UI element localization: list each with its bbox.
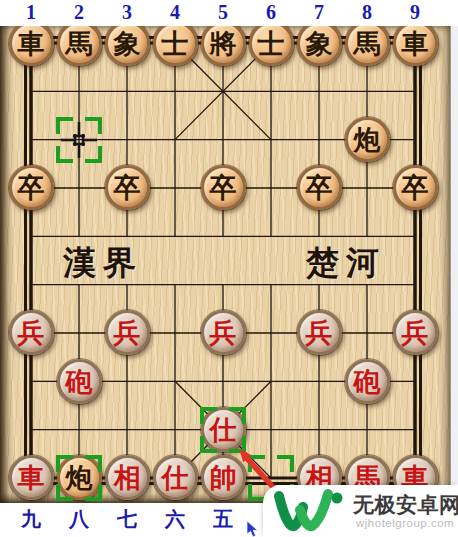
piece-glyph: 仕 [162, 464, 189, 491]
piece-glyph: 兵 [18, 319, 45, 346]
col-label-top-7: 7 [305, 1, 333, 24]
watermark-subtitle: wjhotelgroup.com [356, 517, 454, 529]
col-label-top-2: 2 [65, 1, 93, 24]
piece-black-soldier[interactable]: 卒 [9, 165, 54, 210]
piece-red-advisor[interactable]: 仕 [201, 407, 246, 452]
piece-black-advisor[interactable]: 士 [249, 21, 294, 66]
watermark-logo-icon [273, 488, 345, 534]
piece-glyph: 士 [162, 30, 189, 57]
col-label-top-3: 3 [113, 1, 141, 24]
piece-red-advisor[interactable]: 仕 [153, 455, 198, 500]
piece-black-elephant[interactable]: 象 [105, 21, 150, 66]
piece-glyph: 兵 [210, 319, 237, 346]
piece-glyph: 馬 [66, 30, 93, 57]
col-label-bottom-3: 七 [113, 506, 141, 533]
piece-black-advisor[interactable]: 士 [153, 21, 198, 66]
col-label-top-5: 5 [209, 1, 237, 24]
xiangqi-app-screen: 漢界 楚河 車馬象士將士象馬車炮卒卒卒卒卒兵兵兵兵兵砲砲仕車炮相仕帥相馬車 12… [0, 0, 458, 537]
piece-red-soldier[interactable]: 兵 [297, 310, 342, 355]
piece-glyph: 卒 [306, 174, 333, 201]
piece-glyph: 帥 [210, 464, 237, 491]
piece-black-chariot[interactable]: 車 [9, 21, 54, 66]
piece-glyph: 馬 [354, 30, 381, 57]
piece-black-soldier[interactable]: 卒 [105, 165, 150, 210]
piece-glyph: 砲 [354, 368, 381, 395]
piece-red-soldier[interactable]: 兵 [9, 310, 54, 355]
piece-red-general[interactable]: 帥 [201, 455, 246, 500]
piece-red-elephant[interactable]: 相 [105, 455, 150, 500]
piece-red-cannon[interactable]: 砲 [345, 359, 390, 404]
col-label-bottom-5: 五 [209, 506, 237, 533]
col-label-top-4: 4 [161, 1, 189, 24]
piece-red-soldier[interactable]: 兵 [393, 310, 438, 355]
piece-black-cannon[interactable]: 炮 [57, 455, 102, 500]
piece-red-soldier[interactable]: 兵 [105, 310, 150, 355]
piece-glyph: 車 [18, 464, 45, 491]
piece-glyph: 士 [258, 30, 285, 57]
piece-black-elephant[interactable]: 象 [297, 21, 342, 66]
piece-glyph: 仕 [210, 416, 237, 443]
col-label-bottom-2: 八 [65, 506, 93, 533]
col-label-top-6: 6 [257, 1, 285, 24]
piece-glyph: 卒 [402, 174, 429, 201]
piece-glyph: 車 [18, 30, 45, 57]
piece-glyph: 兵 [114, 319, 141, 346]
piece-black-chariot[interactable]: 車 [393, 21, 438, 66]
piece-glyph: 車 [402, 30, 429, 57]
col-label-top-1: 1 [17, 1, 45, 24]
piece-glyph: 兵 [402, 319, 429, 346]
watermark-overlay: 无极安卓网 wjhotelgroup.com [263, 485, 458, 537]
piece-black-general[interactable]: 將 [201, 21, 246, 66]
piece-glyph: 卒 [114, 174, 141, 201]
piece-glyph: 象 [114, 30, 141, 57]
piece-black-soldier[interactable]: 卒 [393, 165, 438, 210]
piece-glyph: 將 [210, 30, 237, 57]
piece-black-soldier[interactable]: 卒 [201, 165, 246, 210]
piece-red-cannon[interactable]: 砲 [57, 359, 102, 404]
col-label-bottom-4: 六 [161, 506, 189, 533]
top-coordinate-labels: 123456789 [0, 0, 458, 26]
piece-glyph: 炮 [354, 126, 381, 153]
piece-black-cannon[interactable]: 炮 [345, 117, 390, 162]
side-panel-edge [450, 26, 458, 503]
piece-glyph: 象 [306, 30, 333, 57]
piece-glyph: 砲 [66, 368, 93, 395]
piece-black-soldier[interactable]: 卒 [297, 165, 342, 210]
piece-glyph: 相 [114, 464, 141, 491]
river-label-chuhe: 楚河 [306, 241, 386, 286]
piece-glyph: 卒 [18, 174, 45, 201]
piece-black-horse[interactable]: 馬 [57, 21, 102, 66]
xiangqi-board[interactable]: 漢界 楚河 車馬象士將士象馬車炮卒卒卒卒卒兵兵兵兵兵砲砲仕車炮相仕帥相馬車 [0, 26, 450, 503]
piece-glyph: 兵 [306, 319, 333, 346]
col-label-top-8: 8 [353, 1, 381, 24]
piece-glyph: 炮 [66, 464, 93, 491]
piece-red-chariot[interactable]: 車 [9, 455, 54, 500]
piece-glyph: 卒 [210, 174, 237, 201]
watermark-title: 无极安卓网 [353, 491, 458, 519]
piece-black-horse[interactable]: 馬 [345, 21, 390, 66]
piece-red-soldier[interactable]: 兵 [201, 310, 246, 355]
river-label-hanjie: 漢界 [63, 241, 143, 286]
col-label-top-9: 9 [401, 1, 429, 24]
col-label-bottom-1: 九 [17, 506, 45, 533]
